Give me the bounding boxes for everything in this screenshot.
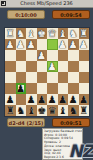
square-b4[interactable] [68,61,79,72]
square-a2[interactable]: ♟ [79,39,90,50]
square-c2[interactable]: ♟ [58,39,69,50]
square-e5[interactable] [37,72,48,83]
square-f3[interactable] [26,50,37,61]
square-e6[interactable] [37,83,48,94]
window-title: Chess Mb/Speed 236 [20,0,73,7]
piece-white-pawn[interactable]: ♟ [48,62,57,72]
square-g5[interactable] [16,72,27,83]
piece-white-rook[interactable]: ♜ [6,29,15,39]
black-clock: 0:09:51 [52,118,90,127]
piece-black-queen[interactable]: ♛ [48,106,57,116]
square-h5[interactable] [5,72,16,83]
square-e2[interactable] [37,39,48,50]
square-b5[interactable] [68,72,79,83]
piece-white-king[interactable]: ♚ [37,29,46,39]
square-b7[interactable]: ♟ [68,94,79,105]
square-g2[interactable]: ♟ [16,39,27,50]
piece-black-bishop[interactable]: ♝ [27,106,36,116]
square-c6[interactable] [58,83,69,94]
square-b6[interactable] [68,83,79,94]
square-b1[interactable]: ♞ [68,28,79,39]
square-c8[interactable]: ♝ [58,105,69,116]
piece-black-pawn[interactable]: ♟ [58,95,67,105]
square-h4[interactable] [5,61,16,72]
square-e4[interactable] [37,61,48,72]
piece-white-bishop[interactable]: ♝ [58,29,67,39]
piece-white-pawn[interactable]: ♟ [79,40,88,50]
piece-black-king[interactable]: ♚ [37,106,46,116]
piece-black-pawn[interactable]: ♟ [6,95,15,105]
square-a3[interactable] [79,50,90,61]
piece-white-pawn[interactable]: ♟ [58,40,67,50]
piece-black-pawn[interactable]: ♟ [37,95,46,105]
chess-board[interactable]: ♜♞♝♚♛♝♞♜♟♟♟♟♟♟♟♟♟♟♟♟♟♟♟♟♜♞♝♚♛♝♞♜ [4,27,90,117]
square-g7[interactable] [16,94,27,105]
square-e8[interactable]: ♚ [37,105,48,116]
piece-black-pawn[interactable]: ♟ [48,95,57,105]
piece-black-rook[interactable]: ♜ [6,106,15,116]
white-clock-time: 0:10:00 [15,12,36,18]
phone-screen: Chess Mb/Speed 236 0:10:00 0:09:54 ♜♞♝♚♛… [0,0,93,160]
square-g6[interactable]: ♟ [16,83,27,94]
piece-black-pawn[interactable]: ♟ [27,95,36,105]
square-h8[interactable]: ♜ [5,105,16,116]
piece-black-pawn[interactable]: ♟ [79,95,88,105]
piece-white-knight[interactable]: ♞ [69,29,78,39]
move-status-text: d2-d4 (2/15) [9,120,44,126]
square-c3[interactable] [58,50,69,61]
square-c5[interactable] [58,72,69,83]
piece-white-pawn[interactable]: ♟ [16,40,25,50]
piece-white-bishop[interactable]: ♝ [27,29,36,39]
square-f8[interactable]: ♝ [26,105,37,116]
square-f7[interactable]: ♟ [26,94,37,105]
nz-watermark: NZ [68,143,93,160]
square-a1[interactable]: ♜ [79,28,90,39]
white-clock-alt-time: 0:09:54 [60,12,81,18]
piece-black-knight[interactable]: ♞ [69,106,78,116]
piece-black-pawn[interactable]: ♟ [69,95,78,105]
square-g4[interactable] [16,61,27,72]
square-h6[interactable] [5,83,16,94]
piece-white-rook[interactable]: ♜ [79,29,88,39]
move-status-bar: d2-d4 (2/15) [7,118,45,127]
square-d8[interactable]: ♛ [47,105,58,116]
white-clock-alt: 0:09:54 [52,10,90,19]
square-a4[interactable] [79,61,90,72]
piece-white-pawn[interactable]: ♟ [69,40,78,50]
piece-white-pawn[interactable]: ♟ [27,40,36,50]
white-clock: 0:10:00 [7,10,45,19]
square-c4[interactable] [58,61,69,72]
square-e3[interactable]: ♟ [37,50,48,61]
square-d7[interactable]: ♟ [47,94,58,105]
square-d2[interactable] [47,39,58,50]
square-c1[interactable]: ♝ [58,28,69,39]
square-b2[interactable]: ♟ [68,39,79,50]
square-a8[interactable]: ♜ [79,105,90,116]
square-f6[interactable] [26,83,37,94]
square-d1[interactable]: ♛ [47,28,58,39]
square-e7[interactable]: ♟ [37,94,48,105]
square-c7[interactable]: ♟ [58,94,69,105]
square-e1[interactable]: ♚ [37,28,48,39]
piece-black-bishop[interactable]: ♝ [58,106,67,116]
black-clock-time: 0:09:51 [60,120,81,126]
square-g1[interactable]: ♞ [16,28,27,39]
square-a7[interactable]: ♟ [79,94,90,105]
square-f5[interactable] [26,72,37,83]
square-d4[interactable]: ♟ [47,61,58,72]
square-b3[interactable] [68,50,79,61]
square-f1[interactable]: ♝ [26,28,37,39]
square-f4[interactable] [26,61,37,72]
piece-white-queen[interactable]: ♛ [48,29,57,39]
piece-white-pawn[interactable]: ♟ [37,51,46,61]
square-a6[interactable] [79,83,90,94]
square-h7[interactable]: ♟ [5,94,16,105]
piece-black-pawn[interactable]: ♟ [16,84,25,94]
square-a5[interactable] [79,72,90,83]
square-h1[interactable]: ♜ [5,28,16,39]
square-f2[interactable]: ♟ [26,39,37,50]
square-b8[interactable]: ♞ [68,105,79,116]
square-d3[interactable] [47,50,58,61]
piece-white-pawn[interactable]: ♟ [6,40,15,50]
piece-black-rook[interactable]: ♜ [79,106,88,116]
piece-black-knight[interactable]: ♞ [16,106,25,116]
square-d5[interactable] [47,72,58,83]
square-g3[interactable] [16,50,27,61]
square-g8[interactable]: ♞ [16,105,27,116]
title-bar: Chess Mb/Speed 236 [0,0,93,8]
square-d6[interactable] [47,83,58,94]
app-icon [1,1,6,6]
piece-white-knight[interactable]: ♞ [16,29,25,39]
square-h2[interactable]: ♟ [5,39,16,50]
square-h3[interactable] [5,50,16,61]
